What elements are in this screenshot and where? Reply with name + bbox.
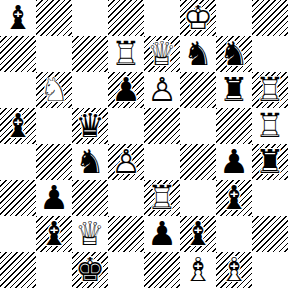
black-pawn: ♟♟ [36, 180, 72, 216]
square-f6[interactable] [180, 72, 216, 108]
white-rook: ♜♖ [108, 36, 144, 72]
black-queen-glyph: ♛ [72, 108, 108, 144]
square-g7[interactable]: ♞♞ [216, 36, 252, 72]
square-e1[interactable] [144, 252, 180, 288]
black-bishop-glyph: ♝ [0, 108, 36, 144]
square-a3[interactable] [0, 180, 36, 216]
black-bishop: ♝♝ [216, 180, 252, 216]
black-bishop: ♝♝ [0, 0, 36, 36]
square-e5[interactable] [144, 108, 180, 144]
square-f3[interactable] [180, 180, 216, 216]
square-b7[interactable] [36, 36, 72, 72]
square-a1[interactable] [0, 252, 36, 288]
square-a7[interactable] [0, 36, 36, 72]
square-c7[interactable] [72, 36, 108, 72]
white-pawn: ♟♙ [144, 72, 180, 108]
black-rook: ♜♜ [216, 72, 252, 108]
square-d1[interactable] [108, 252, 144, 288]
black-knight: ♞♞ [72, 144, 108, 180]
square-e3[interactable]: ♜♖ [144, 180, 180, 216]
black-bishop-glyph: ♝ [216, 180, 252, 216]
black-pawn: ♟♟ [216, 144, 252, 180]
square-f2[interactable]: ♝♝ [180, 216, 216, 252]
square-e4[interactable] [144, 144, 180, 180]
square-f8[interactable]: ♚♔ [180, 0, 216, 36]
white-pawn-glyph: ♙ [108, 144, 144, 180]
square-h7[interactable] [252, 36, 288, 72]
white-bishop-glyph: ♗ [180, 252, 216, 288]
black-queen: ♛♛ [72, 108, 108, 144]
square-h5[interactable]: ♜♖ [252, 108, 288, 144]
square-a4[interactable] [0, 144, 36, 180]
black-knight: ♞♞ [216, 36, 252, 72]
black-bishop: ♝♝ [180, 216, 216, 252]
square-f5[interactable] [180, 108, 216, 144]
white-rook-glyph: ♖ [252, 108, 288, 144]
black-pawn: ♟♟ [144, 216, 180, 252]
square-a2[interactable] [0, 216, 36, 252]
black-pawn: ♟♟ [108, 72, 144, 108]
white-king: ♚♔ [180, 0, 216, 36]
white-knight: ♞♘ [36, 72, 72, 108]
black-pawn-glyph: ♟ [144, 216, 180, 252]
square-g5[interactable] [216, 108, 252, 144]
square-g1[interactable]: ♝♗ [216, 252, 252, 288]
square-c8[interactable] [72, 0, 108, 36]
square-g2[interactable] [216, 216, 252, 252]
square-d2[interactable] [108, 216, 144, 252]
square-f7[interactable]: ♞♞ [180, 36, 216, 72]
square-g6[interactable]: ♜♜ [216, 72, 252, 108]
square-c6[interactable] [72, 72, 108, 108]
black-bishop-glyph: ♝ [36, 216, 72, 252]
square-e2[interactable]: ♟♟ [144, 216, 180, 252]
square-c5[interactable]: ♛♛ [72, 108, 108, 144]
white-bishop-glyph: ♗ [216, 252, 252, 288]
square-e7[interactable]: ♛♕ [144, 36, 180, 72]
square-h3[interactable] [252, 180, 288, 216]
black-bishop: ♝♝ [36, 216, 72, 252]
black-rook-glyph: ♜ [216, 72, 252, 108]
square-d6[interactable]: ♟♟ [108, 72, 144, 108]
black-rook-glyph: ♜ [252, 144, 288, 180]
square-b2[interactable]: ♝♝ [36, 216, 72, 252]
black-bishop: ♝♝ [0, 108, 36, 144]
black-rook: ♜♜ [252, 144, 288, 180]
square-h1[interactable] [252, 252, 288, 288]
square-g3[interactable]: ♝♝ [216, 180, 252, 216]
white-knight-glyph: ♘ [36, 72, 72, 108]
white-rook-glyph: ♖ [252, 72, 288, 108]
square-a8[interactable]: ♝♝ [0, 0, 36, 36]
square-h4[interactable]: ♜♜ [252, 144, 288, 180]
square-g4[interactable]: ♟♟ [216, 144, 252, 180]
square-d8[interactable] [108, 0, 144, 36]
black-knight-glyph: ♞ [180, 36, 216, 72]
black-knight: ♞♞ [180, 36, 216, 72]
square-d3[interactable] [108, 180, 144, 216]
square-e8[interactable] [144, 0, 180, 36]
white-king-glyph: ♔ [180, 0, 216, 36]
black-knight-glyph: ♞ [216, 36, 252, 72]
white-queen: ♛♕ [144, 36, 180, 72]
square-a6[interactable] [0, 72, 36, 108]
square-f4[interactable] [180, 144, 216, 180]
square-g8[interactable] [216, 0, 252, 36]
square-c3[interactable] [72, 180, 108, 216]
square-b5[interactable] [36, 108, 72, 144]
square-b3[interactable]: ♟♟ [36, 180, 72, 216]
square-h6[interactable]: ♜♖ [252, 72, 288, 108]
square-b6[interactable]: ♞♘ [36, 72, 72, 108]
white-queen-glyph: ♕ [144, 36, 180, 72]
square-h2[interactable] [252, 216, 288, 252]
square-b8[interactable] [36, 0, 72, 36]
white-bishop: ♝♗ [216, 252, 252, 288]
black-king: ♚♚ [72, 252, 108, 288]
square-a5[interactable]: ♝♝ [0, 108, 36, 144]
white-bishop: ♝♗ [180, 252, 216, 288]
square-b1[interactable] [36, 252, 72, 288]
white-pawn: ♟♙ [108, 144, 144, 180]
white-queen-glyph: ♕ [72, 216, 108, 252]
square-d5[interactable] [108, 108, 144, 144]
white-rook-glyph: ♖ [108, 36, 144, 72]
white-pawn-glyph: ♙ [144, 72, 180, 108]
square-f1[interactable]: ♝♗ [180, 252, 216, 288]
square-c2[interactable]: ♛♕ [72, 216, 108, 252]
black-pawn-glyph: ♟ [108, 72, 144, 108]
white-rook: ♜♖ [252, 72, 288, 108]
black-pawn-glyph: ♟ [216, 144, 252, 180]
square-d7[interactable]: ♜♖ [108, 36, 144, 72]
square-c1[interactable]: ♚♚ [72, 252, 108, 288]
square-e6[interactable]: ♟♙ [144, 72, 180, 108]
black-bishop-glyph: ♝ [180, 216, 216, 252]
square-h8[interactable] [252, 0, 288, 36]
white-queen: ♛♕ [72, 216, 108, 252]
white-rook: ♜♖ [144, 180, 180, 216]
black-pawn-glyph: ♟ [36, 180, 72, 216]
black-knight-glyph: ♞ [72, 144, 108, 180]
white-rook: ♜♖ [252, 108, 288, 144]
white-rook-glyph: ♖ [144, 180, 180, 216]
black-bishop-glyph: ♝ [0, 0, 36, 36]
square-c4[interactable]: ♞♞ [72, 144, 108, 180]
black-king-glyph: ♚ [72, 252, 108, 288]
chess-board: ♝♝♚♔♜♖♛♕♞♞♞♞♞♘♟♟♟♙♜♜♜♖♝♝♛♛♜♖♞♞♟♙♟♟♜♜♟♟♜♖… [0, 0, 288, 288]
square-b4[interactable] [36, 144, 72, 180]
square-d4[interactable]: ♟♙ [108, 144, 144, 180]
